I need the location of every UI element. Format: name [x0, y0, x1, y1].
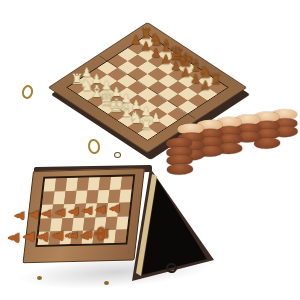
product-photo: ♜♞♝♛♚♝♞♜♟♟♟♟♟♟♟♟♟♟♟♟♟♟♟♟♜♞♝♛♚♝♞♜ ♟♟♟♟♟♟♟…: [0, 0, 300, 300]
brass-foot-icon: [104, 281, 109, 285]
brass-foot-icon: [37, 276, 42, 280]
magnetic-piece-k: ♚: [90, 223, 112, 245]
magnetic-piece-p: ♟: [104, 198, 126, 220]
magnetic-pieces-layer: ♟♟♟♟♟♟♟♟♟♟♟♟♝♞♚: [0, 0, 300, 300]
